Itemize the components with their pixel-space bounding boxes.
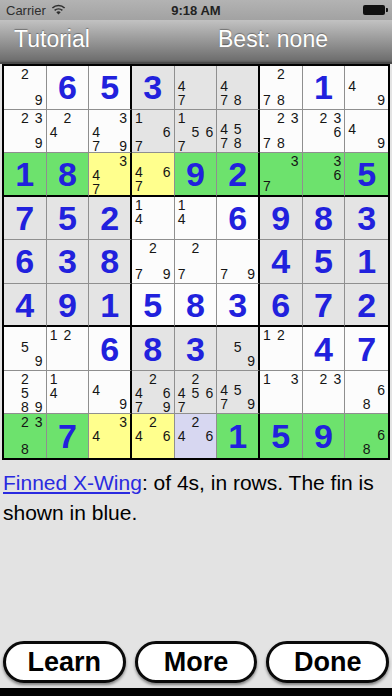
cell-r1c2[interactable]: 6 [47, 66, 90, 110]
pencil-marks: 238 [7, 415, 43, 456]
pencil-mark-5: 5 [19, 386, 31, 400]
cell-r5c7[interactable]: 4 [260, 240, 303, 284]
solved-digit: 9 [47, 284, 89, 326]
cell-r3c6[interactable]: 2 [217, 153, 260, 197]
pencil-mark-8: 8 [275, 93, 287, 107]
navigation-bar: Tutorial Best: none [0, 20, 392, 64]
solved-digit: 1 [89, 284, 130, 326]
pencil-marks: 24 [50, 111, 86, 151]
pencil-marks: 14 [178, 198, 214, 238]
pencil-marks: 59 [220, 328, 255, 368]
pencil-mark-9: 9 [159, 267, 171, 281]
pencil-marks: 14 [135, 198, 171, 238]
pencil-mark-3: 3 [287, 372, 299, 386]
pencil-mark-8: 8 [361, 442, 373, 456]
pencil-mark-7: 7 [263, 136, 275, 150]
solved-digit: 7 [4, 197, 46, 240]
pencil-marks: 4579 [220, 372, 255, 412]
learn-button[interactable]: Learn [3, 641, 126, 683]
pencil-mark-3: 3 [329, 111, 341, 125]
pencil-mark-7: 7 [135, 267, 147, 281]
solved-digit: 6 [89, 327, 130, 370]
pencil-marks: 13 [263, 372, 299, 412]
pencil-mark-3: 3 [287, 111, 299, 125]
pencil-marks: 49 [92, 372, 127, 412]
cell-r2c4[interactable]: 167 [132, 110, 175, 154]
pencil-mark-8: 8 [275, 136, 287, 150]
pencil-mark-9: 9 [159, 400, 171, 414]
pencil-mark-2: 2 [275, 111, 287, 125]
done-button[interactable]: Done [266, 641, 389, 683]
pencil-mark-9: 9 [243, 354, 255, 368]
pencil-mark-5: 5 [232, 383, 244, 397]
cell-r9c2[interactable]: 7 [47, 414, 90, 458]
solved-digit: 5 [260, 414, 302, 458]
pencil-mark-4: 4 [220, 383, 232, 397]
pencil-mark-7: 7 [263, 93, 275, 107]
cell-r6c6[interactable]: 3 [217, 284, 260, 328]
solved-digit: 1 [217, 414, 258, 458]
solved-digit: 9 [175, 153, 217, 195]
cell-r1c4[interactable]: 3 [132, 66, 175, 110]
cell-r9c4[interactable]: 246 [132, 414, 175, 458]
pencil-mark-7: 7 [135, 400, 147, 414]
pencil-mark-3: 3 [31, 111, 43, 125]
pencil-mark-2: 2 [19, 67, 31, 81]
pencil-mark-6: 6 [159, 165, 171, 179]
pencil-mark-2: 2 [147, 241, 159, 255]
pencil-marks: 236 [306, 111, 342, 151]
best-score-label: Best: none [218, 26, 328, 53]
pencil-mark-1: 1 [135, 198, 147, 212]
solved-digit: 4 [4, 284, 46, 326]
pencil-mark-7: 7 [135, 139, 147, 153]
pencil-mark-4: 4 [178, 386, 190, 400]
cell-r9c1[interactable]: 238 [4, 414, 47, 458]
solved-digit: 7 [47, 414, 89, 458]
pencil-mark-1: 1 [178, 198, 190, 212]
cell-r2c8[interactable]: 236 [303, 110, 346, 154]
pencil-mark-2: 2 [318, 111, 330, 125]
pencil-mark-7: 7 [178, 139, 190, 153]
pencil-mark-7: 7 [220, 93, 232, 107]
pencil-marks: 3479 [92, 111, 127, 151]
pencil-mark-5: 5 [19, 340, 31, 354]
pencil-mark-2: 2 [147, 415, 159, 429]
pencil-mark-3: 3 [329, 154, 341, 168]
cell-r1c6[interactable]: 478 [217, 66, 260, 110]
cell-r4c9[interactable]: 3 [345, 197, 388, 241]
pencil-mark-2: 2 [19, 415, 31, 429]
pencil-mark-4: 4 [135, 386, 147, 400]
pencil-mark-2: 2 [275, 328, 287, 342]
cell-r8c6[interactable]: 4579 [217, 371, 260, 415]
pencil-marks: 1567 [178, 111, 214, 151]
cell-r2c5[interactable]: 1567 [175, 110, 218, 154]
cell-r4c4[interactable]: 14 [132, 197, 175, 241]
pencil-mark-6: 6 [329, 125, 341, 139]
pencil-marks: 49 [348, 111, 385, 151]
pencil-marks: 36 [306, 154, 342, 193]
pencil-mark-7: 7 [92, 182, 104, 196]
cell-r5c6[interactable]: 79 [217, 240, 260, 284]
battery-icon [363, 5, 385, 15]
pencil-mark-8: 8 [19, 400, 31, 414]
cell-r4c8[interactable]: 8 [303, 197, 346, 241]
pencil-mark-6: 6 [373, 428, 385, 442]
pencil-mark-2: 2 [62, 328, 74, 342]
pencil-mark-6: 6 [201, 125, 213, 139]
cell-r7c4[interactable]: 8 [132, 327, 175, 371]
cell-r2c7[interactable]: 2378 [260, 110, 303, 154]
cell-r6c9[interactable]: 2 [345, 284, 388, 328]
solved-digit: 8 [132, 327, 174, 370]
cell-r8c7[interactable]: 13 [260, 371, 303, 415]
pencil-mark-9: 9 [373, 93, 385, 107]
pencil-mark-2: 2 [190, 372, 202, 386]
solved-digit: 6 [4, 240, 46, 283]
cell-r7c6[interactable]: 59 [217, 327, 260, 371]
pencil-mark-4: 4 [178, 429, 190, 443]
cell-r6c5[interactable]: 8 [175, 284, 218, 328]
solved-digit: 6 [260, 284, 302, 326]
pencil-mark-7: 7 [178, 93, 190, 107]
pencil-mark-7: 7 [178, 267, 190, 281]
cell-r6c8[interactable]: 7 [303, 284, 346, 328]
pencil-marks: 79 [220, 241, 255, 281]
pencil-mark-1: 1 [50, 372, 62, 386]
cell-r5c9[interactable]: 1 [345, 240, 388, 284]
pencil-marks: 478 [220, 67, 255, 107]
pencil-mark-9: 9 [373, 136, 385, 150]
cell-r9c8[interactable]: 9 [303, 414, 346, 458]
pencil-mark-9: 9 [243, 397, 255, 411]
nav-title-tutorial: Tutorial [14, 26, 90, 53]
cell-r7c2[interactable]: 12 [47, 327, 90, 371]
pencil-marks: 24567 [178, 372, 214, 412]
pencil-marks: 29 [7, 67, 43, 107]
pencil-mark-8: 8 [232, 93, 244, 107]
solved-digit: 3 [47, 240, 89, 283]
pencil-mark-4: 4 [135, 165, 147, 179]
cell-r3c1[interactable]: 1 [4, 153, 47, 197]
pencil-marks: 2378 [263, 111, 299, 151]
pencil-mark-2: 2 [318, 372, 330, 386]
cell-r5c2[interactable]: 3 [47, 240, 90, 284]
sudoku-board[interactable]: 2965347478278149239243479167156745782378… [2, 64, 390, 460]
cell-r8c8[interactable]: 23 [303, 371, 346, 415]
cell-r2c1[interactable]: 239 [4, 110, 47, 154]
pencil-marks: 24679 [135, 372, 171, 412]
solved-digit: 3 [132, 66, 174, 109]
pencil-mark-2: 2 [19, 111, 31, 125]
pencil-mark-8: 8 [232, 136, 244, 150]
pencil-mark-6: 6 [159, 429, 171, 443]
pencil-marks: 47 [178, 67, 214, 107]
pencil-mark-9: 9 [31, 354, 43, 368]
cell-r3c7[interactable]: 37 [260, 153, 303, 197]
pencil-mark-3: 3 [115, 111, 127, 125]
cell-r7c5[interactable]: 3 [175, 327, 218, 371]
pencil-marks: 37 [263, 154, 299, 193]
pencil-mark-1: 1 [263, 372, 275, 386]
cell-r6c1[interactable]: 4 [4, 284, 47, 328]
pencil-marks: 246 [178, 415, 214, 456]
bottom-toolbar: Learn More Done [3, 641, 389, 683]
pencil-mark-6: 6 [159, 125, 171, 139]
pencil-mark-4: 4 [220, 79, 232, 93]
pencil-mark-4: 4 [220, 122, 232, 136]
pencil-marks: 4578 [220, 111, 255, 151]
cell-r7c9[interactable]: 7 [345, 327, 388, 371]
solved-digit: 5 [132, 284, 174, 326]
hint-text: Finned X-Wing: of 4s, in rows. The fin i… [3, 468, 387, 528]
pencil-mark-7: 7 [92, 139, 104, 153]
cell-r8c9[interactable]: 68 [345, 371, 388, 415]
cell-r9c5[interactable]: 246 [175, 414, 218, 458]
solved-digit: 8 [89, 240, 130, 283]
pencil-mark-6: 6 [201, 386, 213, 400]
cell-r7c8[interactable]: 4 [303, 327, 346, 371]
solved-digit: 1 [4, 153, 46, 195]
solved-digit: 2 [345, 284, 388, 326]
pencil-mark-3: 3 [115, 154, 127, 168]
pencil-marks: 12 [263, 328, 299, 368]
pencil-mark-7: 7 [135, 179, 147, 193]
pencil-mark-7: 7 [263, 179, 275, 193]
pencil-mark-4: 4 [92, 429, 104, 443]
cell-r1c3[interactable]: 5 [89, 66, 132, 110]
pencil-mark-2: 2 [62, 111, 74, 125]
pencil-mark-2: 2 [275, 67, 287, 81]
cell-r3c5[interactable]: 9 [175, 153, 218, 197]
pencil-mark-7: 7 [178, 400, 190, 414]
pencil-mark-1: 1 [263, 328, 275, 342]
cell-r5c5[interactable]: 27 [175, 240, 218, 284]
cell-r4c1[interactable]: 7 [4, 197, 47, 241]
pencil-mark-4: 4 [178, 212, 190, 226]
status-bar: Carrier 9:18 AM [0, 0, 392, 20]
solved-digit: 7 [345, 327, 388, 370]
pencil-mark-3: 3 [329, 372, 341, 386]
pencil-marks: 34 [92, 415, 127, 456]
pencil-marks: 2589 [7, 372, 43, 412]
solved-digit: 1 [303, 66, 345, 109]
solved-digit: 5 [89, 66, 130, 109]
clock: 9:18 AM [0, 3, 392, 18]
pencil-mark-4: 4 [348, 122, 360, 136]
pencil-mark-5: 5 [232, 122, 244, 136]
pencil-mark-7: 7 [220, 397, 232, 411]
cell-r2c6[interactable]: 4578 [217, 110, 260, 154]
cell-r7c7[interactable]: 12 [260, 327, 303, 371]
cell-r3c3[interactable]: 347 [89, 153, 132, 197]
solved-digit: 8 [303, 197, 345, 240]
pencil-mark-6: 6 [201, 429, 213, 443]
cell-r4c5[interactable]: 14 [175, 197, 218, 241]
pencil-mark-1: 1 [178, 111, 190, 125]
cell-r1c8[interactable]: 1 [303, 66, 346, 110]
pencil-mark-6: 6 [373, 383, 385, 397]
pencil-marks: 279 [135, 241, 171, 281]
solved-digit: 9 [260, 197, 302, 240]
cell-r2c9[interactable]: 49 [345, 110, 388, 154]
solved-digit: 3 [345, 197, 388, 240]
cell-r3c4[interactable]: 467 [132, 153, 175, 197]
cell-r5c4[interactable]: 279 [132, 240, 175, 284]
solved-digit: 8 [47, 153, 89, 195]
pencil-marks: 467 [135, 154, 171, 193]
pencil-mark-3: 3 [287, 154, 299, 168]
pencil-mark-4: 4 [50, 125, 62, 139]
cell-r1c9[interactable]: 49 [345, 66, 388, 110]
app-screen: Carrier 9:18 AM Tutorial Best: none 2965… [0, 0, 392, 696]
pencil-mark-9: 9 [115, 397, 127, 411]
solved-digit: 3 [175, 327, 217, 370]
pencil-mark-1: 1 [50, 328, 62, 342]
cell-r5c1[interactable]: 6 [4, 240, 47, 284]
more-button[interactable]: More [135, 641, 258, 683]
pencil-mark-4: 4 [50, 386, 62, 400]
solved-digit: 8 [175, 284, 217, 326]
pencil-mark-4: 4 [92, 168, 104, 182]
solved-digit: 4 [303, 327, 345, 370]
pencil-marks: 68 [348, 415, 385, 456]
pencil-marks: 167 [135, 111, 171, 151]
pencil-marks: 68 [348, 372, 385, 412]
cell-r1c5[interactable]: 47 [175, 66, 218, 110]
pencil-mark-5: 5 [190, 125, 202, 139]
pencil-marks: 27 [178, 241, 214, 281]
cell-r1c7[interactable]: 278 [260, 66, 303, 110]
pencil-marks: 14 [50, 372, 86, 412]
cell-r8c3[interactable]: 49 [89, 371, 132, 415]
cell-r2c2[interactable]: 24 [47, 110, 90, 154]
pencil-mark-4: 4 [92, 383, 104, 397]
pencil-mark-4: 4 [92, 125, 104, 139]
pencil-mark-4: 4 [135, 429, 147, 443]
cell-r5c8[interactable]: 5 [303, 240, 346, 284]
cell-r7c3[interactable]: 6 [89, 327, 132, 371]
screen-bottom-bar [0, 688, 392, 696]
cell-r9c3[interactable]: 34 [89, 414, 132, 458]
cell-r5c3[interactable]: 8 [89, 240, 132, 284]
solved-digit: 5 [47, 197, 89, 240]
pencil-marks: 49 [348, 67, 385, 107]
pencil-marks: 239 [7, 111, 43, 151]
pencil-mark-9: 9 [115, 139, 127, 153]
cell-r8c1[interactable]: 2589 [4, 371, 47, 415]
pencil-marks: 278 [263, 67, 299, 107]
pencil-mark-9: 9 [31, 93, 43, 107]
cell-r3c8[interactable]: 36 [303, 153, 346, 197]
cell-r6c2[interactable]: 9 [47, 284, 90, 328]
pencil-mark-2: 2 [190, 415, 202, 429]
solved-digit: 1 [345, 240, 388, 283]
pencil-mark-9: 9 [31, 400, 43, 414]
cell-r6c3[interactable]: 1 [89, 284, 132, 328]
solved-digit: 5 [303, 240, 345, 283]
pencil-mark-3: 3 [31, 415, 43, 429]
cell-r7c1[interactable]: 59 [4, 327, 47, 371]
pencil-mark-6: 6 [329, 168, 341, 182]
pencil-mark-4: 4 [178, 79, 190, 93]
solved-digit: 5 [345, 153, 388, 195]
cell-r1c1[interactable]: 29 [4, 66, 47, 110]
pencil-mark-4: 4 [135, 212, 147, 226]
solved-digit: 6 [217, 197, 258, 240]
cell-r4c7[interactable]: 9 [260, 197, 303, 241]
pencil-mark-3: 3 [115, 415, 127, 429]
pencil-mark-4: 4 [348, 79, 360, 93]
pencil-mark-5: 5 [232, 340, 244, 354]
solved-digit: 2 [217, 153, 258, 195]
pencil-mark-1: 1 [135, 111, 147, 125]
pencil-mark-2: 2 [190, 241, 202, 255]
cell-r9c9[interactable]: 68 [345, 414, 388, 458]
cell-r4c3[interactable]: 2 [89, 197, 132, 241]
cell-r4c2[interactable]: 5 [47, 197, 90, 241]
solved-digit: 9 [303, 414, 345, 458]
pencil-marks: 23 [306, 372, 342, 412]
pencil-marks: 347 [92, 154, 127, 193]
pencil-marks: 246 [135, 415, 171, 456]
solved-digit: 2 [89, 197, 130, 240]
cell-r3c2[interactable]: 8 [47, 153, 90, 197]
solved-digit: 6 [47, 66, 89, 109]
cell-r6c4[interactable]: 5 [132, 284, 175, 328]
cell-r4c6[interactable]: 6 [217, 197, 260, 241]
solved-digit: 4 [260, 240, 302, 283]
pencil-marks: 59 [7, 328, 43, 368]
pencil-mark-2: 2 [147, 372, 159, 386]
cell-r8c5[interactable]: 24567 [175, 371, 218, 415]
pencil-mark-9: 9 [243, 267, 255, 281]
pencil-mark-6: 6 [159, 386, 171, 400]
pencil-mark-8: 8 [19, 442, 31, 456]
cell-r6c7[interactable]: 6 [260, 284, 303, 328]
pencil-mark-2: 2 [19, 372, 31, 386]
pencil-mark-8: 8 [361, 397, 373, 411]
cell-r8c2[interactable]: 14 [47, 371, 90, 415]
cell-r9c6[interactable]: 1 [217, 414, 260, 458]
pencil-marks: 12 [50, 328, 86, 368]
cell-r8c4[interactable]: 24679 [132, 371, 175, 415]
pencil-mark-5: 5 [190, 386, 202, 400]
cell-r2c3[interactable]: 3479 [89, 110, 132, 154]
pencil-mark-7: 7 [220, 136, 232, 150]
solved-digit: 3 [217, 284, 258, 326]
cell-r3c9[interactable]: 5 [345, 153, 388, 197]
pencil-mark-7: 7 [220, 267, 232, 281]
solved-digit: 7 [303, 284, 345, 326]
pencil-mark-9: 9 [31, 136, 43, 150]
technique-link[interactable]: Finned X-Wing [3, 471, 142, 494]
cell-r9c7[interactable]: 5 [260, 414, 303, 458]
